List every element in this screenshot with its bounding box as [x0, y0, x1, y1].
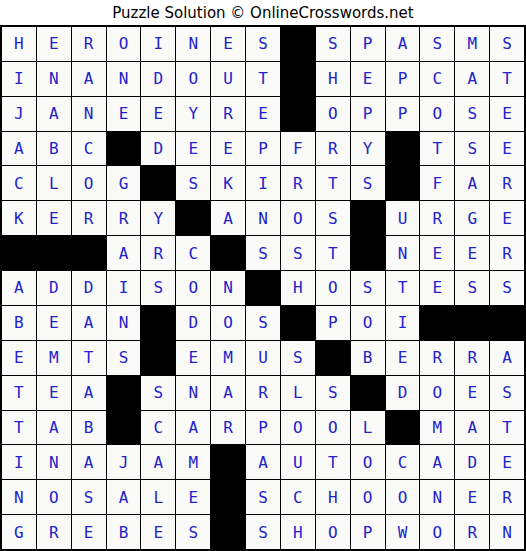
cell-r7c9: S	[281, 236, 315, 270]
cell-r13c13: A	[420, 445, 454, 479]
cell-r2c14: A	[455, 62, 489, 96]
cell-r13c12: C	[386, 445, 420, 479]
cell-r8c12: T	[386, 271, 420, 305]
cell-r13c1: I	[2, 445, 36, 479]
cell-r14c9: C	[281, 480, 315, 514]
cell-r4c7: E	[211, 132, 245, 166]
cell-r7c12: N	[386, 236, 420, 270]
cell-r14c5: L	[141, 480, 175, 514]
cell-r2c15: T	[490, 62, 524, 96]
cell-r14c15: R	[490, 480, 524, 514]
cell-r13c4: J	[107, 445, 141, 479]
cell-r1c1: H	[2, 27, 36, 61]
cell-r10c6: E	[176, 341, 210, 375]
black-cell-r12c4	[107, 411, 141, 445]
cell-r5c3: O	[72, 166, 106, 200]
cell-r10c9: S	[281, 341, 315, 375]
cell-r1c13: S	[420, 27, 454, 61]
cell-r3c15: E	[490, 97, 524, 131]
cell-r3c2: A	[37, 97, 71, 131]
cell-r3c1: J	[2, 97, 36, 131]
cell-r13c15: E	[490, 445, 524, 479]
cell-r7c14: E	[455, 236, 489, 270]
cell-r14c14: E	[455, 480, 489, 514]
cell-r14c10: H	[316, 480, 350, 514]
cell-r7c8: S	[246, 236, 280, 270]
cell-r9c12: I	[386, 306, 420, 340]
cell-r13c8: A	[246, 445, 280, 479]
cell-r11c5: S	[141, 376, 175, 410]
cell-r8c7: N	[211, 271, 245, 305]
cell-r12c11: L	[351, 411, 385, 445]
cell-r8c1: A	[2, 271, 36, 305]
cell-r13c2: N	[37, 445, 71, 479]
cell-r12c9: O	[281, 411, 315, 445]
cell-r15c5: E	[141, 515, 175, 549]
cell-r6c3: R	[72, 201, 106, 235]
cell-r1c7: E	[211, 27, 245, 61]
cell-r12c6: A	[176, 411, 210, 445]
black-cell-r14c7	[211, 480, 245, 514]
cell-r1c4: O	[107, 27, 141, 61]
cell-r5c1: C	[2, 166, 36, 200]
cell-r15c9: H	[281, 515, 315, 549]
cell-r12c1: T	[2, 411, 36, 445]
cell-r13c11: O	[351, 445, 385, 479]
black-cell-r7c7	[211, 236, 245, 270]
cell-r12c14: A	[455, 411, 489, 445]
black-cell-r7c1	[2, 236, 36, 270]
cell-r13c9: U	[281, 445, 315, 479]
cell-r9c11: O	[351, 306, 385, 340]
cell-r5c9: R	[281, 166, 315, 200]
cell-r5c10: T	[316, 166, 350, 200]
cell-r6c1: K	[2, 201, 36, 235]
black-cell-r10c10	[316, 341, 350, 375]
black-cell-r8c8	[246, 271, 280, 305]
cell-r3c7: R	[211, 97, 245, 131]
cell-r12c8: P	[246, 411, 280, 445]
cell-r7c15: R	[490, 236, 524, 270]
cell-r10c14: R	[455, 341, 489, 375]
cell-r15c15: N	[490, 515, 524, 549]
cell-r2c12: P	[386, 62, 420, 96]
cell-r1c10: S	[316, 27, 350, 61]
cell-r6c15: E	[490, 201, 524, 235]
cell-r1c5: I	[141, 27, 175, 61]
cell-r9c8: S	[246, 306, 280, 340]
cell-r10c8: U	[246, 341, 280, 375]
cell-r4c2: B	[37, 132, 71, 166]
cell-r2c11: E	[351, 62, 385, 96]
cell-r14c1: N	[2, 480, 36, 514]
cell-r15c11: P	[351, 515, 385, 549]
cell-r9c2: E	[37, 306, 71, 340]
cell-r15c8: S	[246, 515, 280, 549]
cell-r4c15: E	[490, 132, 524, 166]
cell-r10c2: M	[37, 341, 71, 375]
cell-r10c1: E	[2, 341, 36, 375]
black-cell-r9c15	[490, 306, 524, 340]
cell-r12c15: T	[490, 411, 524, 445]
cell-r14c12: O	[386, 480, 420, 514]
cell-r12c13: M	[420, 411, 454, 445]
cell-r7c5: R	[141, 236, 175, 270]
cell-r11c14: E	[455, 376, 489, 410]
black-cell-r1c9	[281, 27, 315, 61]
cell-r9c6: D	[176, 306, 210, 340]
cell-r11c6: N	[176, 376, 210, 410]
cell-r2c8: T	[246, 62, 280, 96]
cell-r6c13: R	[420, 201, 454, 235]
cell-r4c14: S	[455, 132, 489, 166]
cell-r8c11: S	[351, 271, 385, 305]
cell-r8c3: D	[72, 271, 106, 305]
cell-r7c6: C	[176, 236, 210, 270]
cell-r5c14: A	[455, 166, 489, 200]
cell-r6c10: S	[316, 201, 350, 235]
cell-r14c6: E	[176, 480, 210, 514]
black-cell-r3c9	[281, 97, 315, 131]
crossword-grid: HEROINESSPASMSINANDOUTHEPCATJANEEYREOPPO…	[0, 25, 526, 551]
cell-r13c10: T	[316, 445, 350, 479]
black-cell-r7c11	[351, 236, 385, 270]
cell-r15c14: R	[455, 515, 489, 549]
cell-r5c13: F	[420, 166, 454, 200]
cell-r12c3: B	[72, 411, 106, 445]
cell-r11c12: D	[386, 376, 420, 410]
cell-r2c4: N	[107, 62, 141, 96]
cell-r6c9: O	[281, 201, 315, 235]
black-cell-r2c9	[281, 62, 315, 96]
cell-r1c12: A	[386, 27, 420, 61]
black-cell-r11c11	[351, 376, 385, 410]
cell-r9c7: O	[211, 306, 245, 340]
cell-r1c11: P	[351, 27, 385, 61]
cell-r15c10: O	[316, 515, 350, 549]
black-cell-r6c11	[351, 201, 385, 235]
cell-r8c15: S	[490, 271, 524, 305]
cell-r3c3: N	[72, 97, 106, 131]
black-cell-r4c12	[386, 132, 420, 166]
cell-r8c2: D	[37, 271, 71, 305]
black-cell-r10c5	[141, 341, 175, 375]
cell-r2c13: C	[420, 62, 454, 96]
cell-r15c2: R	[37, 515, 71, 549]
black-cell-r9c5	[141, 306, 175, 340]
cell-r14c11: O	[351, 480, 385, 514]
cell-r8c14: S	[455, 271, 489, 305]
cell-r15c6: S	[176, 515, 210, 549]
cell-r10c3: T	[72, 341, 106, 375]
cell-r14c3: S	[72, 480, 106, 514]
cell-r9c3: A	[72, 306, 106, 340]
black-cell-r4c4	[107, 132, 141, 166]
black-cell-r13c7	[211, 445, 245, 479]
cell-r15c3: E	[72, 515, 106, 549]
cell-r3c4: E	[107, 97, 141, 131]
cell-r10c13: R	[420, 341, 454, 375]
black-cell-r9c13	[420, 306, 454, 340]
cell-r5c2: L	[37, 166, 71, 200]
cell-r5c7: K	[211, 166, 245, 200]
cell-r4c10: R	[316, 132, 350, 166]
cell-r1c8: S	[246, 27, 280, 61]
cell-r11c3: A	[72, 376, 106, 410]
cell-r4c11: Y	[351, 132, 385, 166]
cell-r9c4: N	[107, 306, 141, 340]
cell-r3c11: P	[351, 97, 385, 131]
cell-r3c10: O	[316, 97, 350, 131]
cell-r12c10: O	[316, 411, 350, 445]
cell-r11c15: S	[490, 376, 524, 410]
cell-r5c15: R	[490, 166, 524, 200]
cell-r3c5: E	[141, 97, 175, 131]
cell-r8c9: H	[281, 271, 315, 305]
cell-r11c13: O	[420, 376, 454, 410]
cell-r6c4: R	[107, 201, 141, 235]
cell-r6c7: A	[211, 201, 245, 235]
cell-r15c12: W	[386, 515, 420, 549]
cell-r6c2: E	[37, 201, 71, 235]
cell-r11c10: S	[316, 376, 350, 410]
cell-r3c14: S	[455, 97, 489, 131]
cell-r10c15: A	[490, 341, 524, 375]
cell-r2c6: O	[176, 62, 210, 96]
cell-r3c6: Y	[176, 97, 210, 131]
cell-r8c5: S	[141, 271, 175, 305]
black-cell-r9c9	[281, 306, 315, 340]
cell-r6c8: N	[246, 201, 280, 235]
cell-r12c2: A	[37, 411, 71, 445]
black-cell-r11c4	[107, 376, 141, 410]
cell-r5c4: G	[107, 166, 141, 200]
cell-r10c4: S	[107, 341, 141, 375]
cell-r11c8: R	[246, 376, 280, 410]
cell-r10c7: M	[211, 341, 245, 375]
cell-r1c15: S	[490, 27, 524, 61]
cell-r2c3: A	[72, 62, 106, 96]
cell-r6c12: U	[386, 201, 420, 235]
cell-r5c6: S	[176, 166, 210, 200]
cell-r8c6: O	[176, 271, 210, 305]
cell-r9c1: B	[2, 306, 36, 340]
cell-r14c8: S	[246, 480, 280, 514]
cell-r9c10: P	[316, 306, 350, 340]
cell-r6c14: G	[455, 201, 489, 235]
black-cell-r12c12	[386, 411, 420, 445]
crossword-solution-page: Puzzle Solution © OnlineCrosswords.net H…	[0, 0, 526, 551]
cell-r11c9: L	[281, 376, 315, 410]
cell-r1c3: R	[72, 27, 106, 61]
cell-r2c1: I	[2, 62, 36, 96]
cell-r5c8: I	[246, 166, 280, 200]
cell-r14c2: O	[37, 480, 71, 514]
cell-r13c5: A	[141, 445, 175, 479]
cell-r3c12: P	[386, 97, 420, 131]
page-title: Puzzle Solution © OnlineCrosswords.net	[0, 0, 526, 25]
black-cell-r9c14	[455, 306, 489, 340]
cell-r7c4: A	[107, 236, 141, 270]
cell-r4c6: E	[176, 132, 210, 166]
cell-r4c9: F	[281, 132, 315, 166]
black-cell-r7c3	[72, 236, 106, 270]
black-cell-r5c5	[141, 166, 175, 200]
cell-r1c14: M	[455, 27, 489, 61]
cell-r8c13: E	[420, 271, 454, 305]
cell-r15c1: G	[2, 515, 36, 549]
cell-r4c1: A	[2, 132, 36, 166]
cell-r12c7: R	[211, 411, 245, 445]
cell-r4c13: T	[420, 132, 454, 166]
cell-r15c13: O	[420, 515, 454, 549]
cell-r4c3: C	[72, 132, 106, 166]
cell-r13c3: A	[72, 445, 106, 479]
cell-r2c10: H	[316, 62, 350, 96]
cell-r14c13: N	[420, 480, 454, 514]
cell-r1c6: N	[176, 27, 210, 61]
black-cell-r7c2	[37, 236, 71, 270]
cell-r2c7: U	[211, 62, 245, 96]
cell-r4c5: D	[141, 132, 175, 166]
cell-r7c10: T	[316, 236, 350, 270]
cell-r5c11: S	[351, 166, 385, 200]
cell-r13c14: D	[455, 445, 489, 479]
cell-r2c5: D	[141, 62, 175, 96]
black-cell-r15c7	[211, 515, 245, 549]
cell-r2c2: N	[37, 62, 71, 96]
cell-r11c2: E	[37, 376, 71, 410]
cell-r13c6: M	[176, 445, 210, 479]
cell-r11c7: A	[211, 376, 245, 410]
cell-r8c10: O	[316, 271, 350, 305]
cell-r6c5: Y	[141, 201, 175, 235]
cell-r10c12: E	[386, 341, 420, 375]
cell-r10c11: B	[351, 341, 385, 375]
cell-r14c4: A	[107, 480, 141, 514]
black-cell-r6c6	[176, 201, 210, 235]
cell-r3c8: E	[246, 97, 280, 131]
cell-r11c1: T	[2, 376, 36, 410]
cell-r1c2: E	[37, 27, 71, 61]
black-cell-r5c12	[386, 166, 420, 200]
cell-r15c4: B	[107, 515, 141, 549]
cell-r7c13: E	[420, 236, 454, 270]
cell-r4c8: P	[246, 132, 280, 166]
cell-r3c13: O	[420, 97, 454, 131]
cell-r8c4: I	[107, 271, 141, 305]
cell-r12c5: C	[141, 411, 175, 445]
